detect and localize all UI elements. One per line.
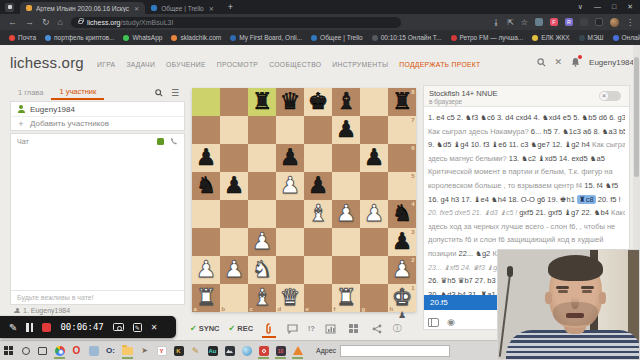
tab-search-icon[interactable]: ∨: [578, 3, 583, 11]
white-bishop-e4[interactable]: ♝: [304, 200, 332, 228]
move-text[interactable]: 20. f5 !: [596, 195, 621, 204]
bookmark-label: WhatsApp: [132, 34, 162, 41]
browser-tab-bar: Артем Ильин 2020.06.16 Искус ✕ Общее | T…: [0, 0, 640, 14]
square-h2[interactable]: ♟2: [388, 256, 416, 284]
bookmark-item[interactable]: ЕЛК ЖКХ: [532, 34, 569, 41]
extension-icon[interactable]: [535, 18, 543, 26]
file-label: f: [334, 306, 336, 312]
square-c1[interactable]: ♝c: [248, 284, 276, 312]
multiboard-icon[interactable]: [347, 322, 361, 336]
sync-toggle[interactable]: ✔SYNC: [190, 324, 220, 333]
taskbar-photos-icon[interactable]: [221, 342, 238, 360]
bookmark-label: Ретро FM — лучша...: [460, 34, 524, 41]
plus-icon: +: [17, 120, 25, 128]
bookmarks-bar: Почтапортфель криптов...WhatsAppskladchi…: [0, 30, 640, 45]
square-c6[interactable]: [248, 144, 276, 172]
back-icon[interactable]: ←: [8, 17, 17, 27]
tab-close-icon[interactable]: ✕: [134, 5, 139, 12]
file-label: g: [362, 306, 366, 312]
browser-tab-trello[interactable]: Общее | Trello ✕: [145, 2, 220, 14]
username[interactable]: Eugeny1984: [589, 58, 634, 67]
move-comment[interactable]: королевском больше , то взрываем центр f…: [428, 181, 584, 190]
taskbar-address-input[interactable]: [340, 345, 450, 357]
square-d8[interactable]: ♛: [276, 88, 304, 116]
bookmark-label: My First Board, Onli...: [239, 34, 302, 41]
square-d3[interactable]: [276, 228, 304, 256]
square-b6[interactable]: [220, 144, 248, 172]
bookmark-favicon: [532, 35, 538, 41]
taskbar-vlc-icon[interactable]: [289, 342, 306, 360]
nav-item-обучение[interactable]: ОБУЧЕНИЕ: [166, 61, 206, 68]
square-f4[interactable]: ♟: [332, 200, 360, 228]
main-nav: ИГРАЗАДАЧИОБУЧЕНИЕПРОСМОТРСООБЩЕСТВОИНСТ…: [97, 61, 481, 68]
rank-label: 1: [411, 285, 414, 291]
edit-icon[interactable]: ✎: [133, 323, 142, 332]
study-search-icon[interactable]: [155, 89, 163, 97]
chat-room-toggle[interactable]: [157, 138, 164, 145]
recorder-close-icon[interactable]: ✕: [151, 323, 158, 332]
screen: Артем Ильин 2020.06.16 Искус ✕ Общее | T…: [0, 0, 640, 360]
pinned-comment-icon[interactable]: [262, 322, 276, 336]
square-f1[interactable]: ♜f: [332, 284, 360, 312]
rank-label: 8: [411, 89, 414, 95]
taskbar-movavi-icon[interactable]: 10: [272, 342, 289, 360]
browser-address-bar: ← → ↻ ⌂ lichess.org/study/XmBsuL3I ⭳ ⇱ ☆…: [0, 14, 640, 30]
person-eyebrow: [581, 286, 594, 289]
move-comment[interactable]: Критической момент в партии и белым, Т.к…: [428, 167, 613, 176]
square-g3[interactable]: [360, 228, 388, 256]
square-f3[interactable]: [332, 228, 360, 256]
forward-icon[interactable]: →: [25, 17, 34, 27]
move-line[interactable]: Как сыграл здесь Накамура? 6... h5 7. ♞1…: [428, 125, 625, 139]
black-pawn-b5[interactable]: ♟: [220, 172, 248, 200]
underboard-toolbar: ✔SYNC ✔REC !? ⓘ: [190, 320, 416, 337]
maximize-button[interactable]: □: [612, 3, 616, 11]
file-label: h: [390, 306, 394, 312]
header-right: ✕ Eugeny1984: [537, 57, 634, 67]
move-line[interactable]: Критической момент в партии и белым, Т.к…: [428, 165, 625, 179]
square-c7[interactable]: [248, 116, 276, 144]
tab-chapters[interactable]: 1 глава: [10, 85, 51, 100]
engine-mode: в браузере: [429, 98, 462, 105]
move-text[interactable]: 1. e4 c5 2. ♞f3 ♞c6 3. d4 cxd4 4. ♞xd4 e…: [428, 113, 625, 122]
square-e1[interactable]: e: [304, 284, 332, 312]
square-g2[interactable]: [360, 256, 388, 284]
move-text[interactable]: gxf5 21. gxf5 ♝g7 22. ♞b4: [519, 208, 611, 217]
move-text[interactable]: 6... h5 7. ♞1c3 a6 8. ♞a3 b5: [531, 127, 625, 136]
square-b2[interactable]: ♟: [220, 256, 248, 284]
rank-label: 3: [411, 229, 414, 235]
file-label: e: [306, 306, 309, 312]
spectator-icon: [14, 308, 20, 314]
rank-label: 5: [411, 173, 414, 179]
start-button[interactable]: [0, 342, 17, 360]
camera-icon[interactable]: [113, 323, 124, 331]
bookmark-item[interactable]: skladchik.com: [171, 34, 221, 41]
person-torso: [506, 330, 640, 360]
white-pawn-f4[interactable]: ♟: [332, 200, 360, 228]
file-label: c: [250, 306, 253, 312]
person-hair: [548, 255, 603, 281]
rank-label: 6: [411, 145, 414, 151]
square-f5[interactable]: [332, 172, 360, 200]
square-a5[interactable]: ♞: [192, 172, 220, 200]
white-pawn-a2[interactable]: ♟: [192, 256, 220, 284]
square-c8[interactable]: ♜: [248, 88, 276, 116]
move-line[interactable]: королевском больше , то взрываем центр f…: [428, 179, 625, 193]
square-a2[interactable]: ♟: [192, 256, 220, 284]
close-button[interactable]: ✕: [627, 3, 633, 11]
black-pawn-e5[interactable]: ♟: [304, 172, 332, 200]
square-a3[interactable]: [192, 228, 220, 256]
move-line[interactable]: здесь ход за черных лучше всего - слон f…: [428, 220, 625, 234]
bookmark-favicon: [45, 35, 51, 41]
person-ear: [545, 292, 552, 304]
taskbar-bandicam-icon[interactable]: [255, 342, 272, 360]
move-text[interactable]: 26. ♛h5 ♛b7 27. b3: [428, 276, 496, 285]
search-icon[interactable]: [537, 58, 546, 67]
square-b1[interactable]: b: [220, 284, 248, 312]
move-comment[interactable]: Как сыграл здесь Накамура?: [428, 127, 531, 136]
person-mouth: [566, 313, 584, 318]
bookmark-label: Онлайн Марафон...: [622, 34, 640, 41]
taskbar-opera-icon[interactable]: O: [68, 342, 85, 360]
move-line[interactable]: 20. fxe5 dxe5 21. ♝d3 ♝c5 ! gxf5 21. gxf…: [428, 206, 625, 220]
square-h6[interactable]: 6: [388, 144, 416, 172]
black-pawn-f7[interactable]: ♟: [332, 116, 360, 144]
webcam-overlay: [497, 249, 640, 360]
glyph-annotation-button[interactable]: !?: [308, 325, 315, 332]
person-eye: [558, 290, 568, 293]
black-queen-d8[interactable]: ♛: [276, 88, 304, 116]
square-g5[interactable]: [360, 172, 388, 200]
task-view-icon[interactable]: [34, 342, 51, 360]
bookmark-favicon: [451, 35, 457, 41]
move-comment[interactable]: здесь магнус белыми?: [428, 154, 509, 163]
microphone: [507, 266, 513, 277]
chess-board[interactable]: ♜♛♚♝♜8♟7♟♟♟6♞♟♟♟5♝♟♟♞4♟♟3♟♟♞♟2♜ab♝c♛de♜f…: [192, 88, 416, 312]
opening-book-icon[interactable]: [428, 318, 439, 327]
taskbar-notes-icon[interactable]: [85, 342, 102, 360]
bookmark-item[interactable]: Почта: [9, 34, 36, 41]
move-line[interactable]: допустить f6 и слон f6 защищающий ход в …: [428, 233, 625, 247]
engine-header: Stockfish 14+ NNUE в браузере ✕: [424, 86, 629, 107]
file-label: b: [222, 306, 226, 312]
person-eyebrow: [556, 286, 569, 289]
tab-members[interactable]: 1 участник: [51, 85, 104, 100]
square-e3[interactable]: [304, 228, 332, 256]
nav-item-просмотр[interactable]: ПРОСМОТР: [217, 61, 258, 68]
bookmark-item[interactable]: Ретро FM — лучша...: [451, 34, 524, 41]
white-pawn-b2[interactable]: ♟: [220, 256, 248, 284]
black-king-e8[interactable]: ♚: [304, 88, 332, 116]
square-c4[interactable]: [248, 200, 276, 228]
bookmark-item[interactable]: WhatsApp: [123, 34, 162, 41]
taskbar-pin-icon[interactable]: ➤: [136, 342, 153, 360]
square-g6[interactable]: ♟: [360, 144, 388, 172]
square-a4[interactable]: [192, 200, 220, 228]
pawn-icon: ♟: [398, 310, 406, 320]
square-d6[interactable]: ♟: [276, 144, 304, 172]
move-text[interactable]: 22... ♞g2: [459, 249, 493, 258]
bookmark-label: ЕЛК ЖКХ: [541, 34, 569, 41]
white-pawn-d5[interactable]: ♟: [276, 172, 304, 200]
nav-item-donate[interactable]: ПОДДЕРЖАТЬ ПРОЕКТ: [399, 61, 480, 68]
recording-time: 00:06:47: [60, 322, 103, 332]
square-c3[interactable]: ♟: [248, 228, 276, 256]
lock-icon: [78, 20, 83, 24]
black-pawn-a6[interactable]: ♟: [192, 144, 220, 172]
bookmark-item[interactable]: Онлайн Марафон...: [613, 34, 640, 41]
current-move[interactable]: ♜c8: [577, 195, 596, 204]
square-a7[interactable]: [192, 116, 220, 144]
extension-icon[interactable]: [595, 18, 603, 26]
download-icon[interactable]: ⭳: [492, 18, 500, 27]
square-e7[interactable]: [304, 116, 332, 144]
scrollbar-thumb[interactable]: [634, 57, 639, 177]
tablebase-icon[interactable]: ◉: [447, 318, 455, 327]
chat-header: Чат: [11, 134, 184, 148]
square-d2[interactable]: [276, 256, 304, 284]
square-b3[interactable]: [220, 228, 248, 256]
square-f6[interactable]: [332, 144, 360, 172]
square-e2[interactable]: [304, 256, 332, 284]
square-e5[interactable]: ♟: [304, 172, 332, 200]
rank-label: 4: [411, 201, 414, 207]
square-b5[interactable]: ♟: [220, 172, 248, 200]
challenges-icon[interactable]: ✕: [555, 57, 563, 67]
engine-name: Stockfish 14+ NNUE: [429, 89, 498, 98]
square-h4[interactable]: ♞4: [388, 200, 416, 228]
home-icon[interactable]: ⌂: [58, 17, 63, 27]
member-online-icon: [17, 105, 25, 113]
tab-close-icon[interactable]: ✕: [209, 5, 214, 12]
bookmark-label: портфель криптов...: [54, 34, 114, 41]
bookmark-favicon: [230, 35, 236, 41]
bookmark-favicon: [123, 35, 129, 41]
taskbar-kinopoisk-icon[interactable]: K: [170, 342, 187, 360]
black-knight-a5[interactable]: ♞: [192, 172, 220, 200]
engine-toggle[interactable]: ✕: [599, 91, 621, 101]
square-d5[interactable]: ♟: [276, 172, 304, 200]
notification-badge: [578, 55, 582, 59]
browser-tab-lichess[interactable]: Артем Ильин 2020.06.16 Искус ✕: [20, 2, 145, 14]
square-h7[interactable]: 7: [388, 116, 416, 144]
draw-pen-icon[interactable]: ✎: [9, 322, 17, 333]
bookmark-favicon: [372, 35, 378, 41]
square-b7[interactable]: [220, 116, 248, 144]
square-a8[interactable]: [192, 88, 220, 116]
nav-item-задачи[interactable]: ЗАДАЧИ: [126, 61, 155, 68]
square-g1[interactable]: g: [360, 284, 388, 312]
square-a1[interactable]: ♜a: [192, 284, 220, 312]
square-e4[interactable]: ♝: [304, 200, 332, 228]
url-path: /study/XmBsuL3I: [120, 19, 173, 26]
analysis-chart-icon[interactable]: [324, 322, 338, 336]
bookmark-label: 00:10:15 Онлайн Т...: [381, 34, 442, 41]
move-line[interactable]: 1. e4 c5 2. ♞f3 ♞c6 3. d4 cxd4 4. ♞xd4 e…: [428, 111, 625, 125]
bookmark-item[interactable]: My First Board, Onli...: [230, 34, 302, 41]
nav-item-игра[interactable]: ИГРА: [97, 61, 115, 68]
square-e8[interactable]: ♚: [304, 88, 332, 116]
black-pawn-g6[interactable]: ♟: [360, 144, 388, 172]
black-bishop-f8[interactable]: ♝: [332, 88, 360, 116]
bookmark-item[interactable]: Общее | Trello: [311, 34, 363, 41]
spectator-name: 1. Eugeny1984: [23, 307, 70, 314]
member-name: Eugeny1984: [30, 105, 75, 114]
file-label: d: [278, 306, 282, 312]
move-comment[interactable]: Какой: [611, 208, 625, 217]
chat-messages[interactable]: [11, 148, 184, 290]
board-bottom-strip: ♟: [192, 312, 416, 320]
move-line[interactable]: здесь магнус белыми? 13. ♞c2 ♝xd5 14. ex…: [428, 152, 625, 166]
spectators-list: 1. Eugeny1984: [14, 307, 70, 314]
reload-icon[interactable]: ↻: [42, 17, 50, 27]
chrome-menu-icon[interactable]: ⋮: [626, 18, 634, 27]
move-line[interactable]: 9. ♞d5 ♝g4 10. f3 ♝e6 11. c3 ♞ge7 12. ♝g…: [428, 138, 625, 152]
move-text[interactable]: 15. f4 ♞f5: [584, 181, 618, 190]
bookmark-favicon: [613, 35, 619, 41]
minimize-button[interactable]: —: [594, 3, 601, 11]
taskbar-yandex-icon[interactable]: Y: [153, 342, 170, 360]
new-tab-button[interactable]: +: [228, 2, 233, 12]
profile-avatar[interactable]: [610, 18, 619, 27]
taskbar-obs-icon[interactable]: O:: [102, 342, 119, 360]
taskbar-audition-icon[interactable]: Au: [204, 342, 221, 360]
add-members-label: Добавить участников: [30, 119, 109, 128]
taskbar-explorer-icon[interactable]: [119, 342, 136, 360]
window-controls: ∨ — □ ✕: [578, 3, 640, 11]
bookmark-favicon: [579, 35, 585, 41]
bookmark-star-icon[interactable]: ☆: [521, 18, 528, 27]
square-d4[interactable]: [276, 200, 304, 228]
study-side-tabs: 1 глава 1 участник ☰: [10, 85, 185, 100]
tab-title: Артем Ильин 2020.06.16 Искус: [36, 5, 129, 12]
rec-toggle[interactable]: ✔REC: [229, 324, 254, 333]
notifications-bell-icon[interactable]: [571, 57, 580, 67]
bookmark-favicon: [171, 35, 177, 41]
move-comment[interactable]: позиции: [428, 249, 459, 258]
info-icon[interactable]: ⓘ: [393, 322, 402, 335]
square-h5[interactable]: 5: [388, 172, 416, 200]
nav-item-сообщество[interactable]: СООБЩЕСТВО: [269, 61, 321, 68]
pause-button[interactable]: [26, 323, 33, 332]
move-comment[interactable]: допустить f6 и слон f6 защищающий ход в …: [428, 235, 603, 244]
square-d1[interactable]: ♛d: [276, 284, 304, 312]
person-eye: [582, 290, 592, 293]
taskbar-chrome-icon[interactable]: [51, 342, 68, 360]
url-host: lichess.org: [87, 19, 120, 26]
square-b4[interactable]: [220, 200, 248, 228]
move-comment[interactable]: здесь ход за черных лучше всего - слон f…: [428, 222, 615, 231]
square-g7[interactable]: [360, 116, 388, 144]
bookmark-label: skladchik.com: [180, 34, 221, 41]
square-g4[interactable]: ♟: [360, 200, 388, 228]
stop-button[interactable]: [42, 323, 51, 332]
move-text[interactable]: 16. g4 h3 17. ♝e4 ♞h4 18. O-O g6 19. ♚h1: [428, 195, 577, 204]
square-h8[interactable]: ♜8: [388, 88, 416, 116]
nav-item-инструменты[interactable]: ИНСТРУМЕНТЫ: [332, 61, 388, 68]
phone-icon[interactable]: [170, 137, 178, 145]
move-variation[interactable]: 20. fxe5 dxe5 21. ♝d3 ♝c5 !: [428, 209, 519, 216]
lichess-header: lichess.org ИГРАЗАДАЧИОБУЧЕНИЕПРОСМОТРСО…: [0, 45, 640, 81]
extension-icon[interactable]: [580, 18, 588, 26]
move-text[interactable]: 13. ♞c2 ♝xd5 14. exd5 ♞a5: [509, 154, 605, 163]
square-c2[interactable]: ♞: [248, 256, 276, 284]
tab-title: Общее | Trello: [161, 5, 204, 12]
square-c5[interactable]: [248, 172, 276, 200]
bookmark-item[interactable]: портфель криптов...: [45, 34, 114, 41]
square-d7[interactable]: [276, 116, 304, 144]
white-knight-c2[interactable]: ♞: [248, 256, 276, 284]
taskbar-vegas-icon[interactable]: [238, 342, 255, 360]
square-f2[interactable]: [332, 256, 360, 284]
tab-favicon: [151, 5, 157, 11]
bookmark-favicon: [311, 35, 317, 41]
move-text[interactable]: 9. ♞d5 ♝g4 10. f3 ♝e6 11. c3 ♞ge7 12. ♝g…: [428, 140, 592, 149]
add-members-button[interactable]: + Добавить участников: [11, 116, 184, 130]
bookmark-label: Общее | Trello: [320, 34, 363, 41]
member-row[interactable]: Eugeny1984: [11, 102, 184, 116]
chat-panel: Чат Будьте вежливы в чате!: [10, 133, 185, 305]
white-pawn-c3[interactable]: ♟: [248, 228, 276, 256]
black-rook-c8[interactable]: ♜: [248, 88, 276, 116]
rank-label: 2: [411, 257, 414, 263]
tab-favicon: [26, 5, 32, 11]
person-ear: [599, 292, 606, 304]
square-h3[interactable]: ♟3: [388, 228, 416, 256]
chat-placeholder: Будьте вежливы в чате!: [17, 294, 94, 301]
study-menu-icon[interactable]: ☰: [171, 88, 179, 98]
white-rook-f1[interactable]: ♜: [332, 284, 360, 312]
extension-icon[interactable]: R: [565, 18, 573, 26]
move-line[interactable]: 16. g4 h3 17. ♝e4 ♞h4 18. O-O g6 19. ♚h1…: [428, 193, 625, 207]
bookmark-item[interactable]: МЭШ: [579, 34, 604, 41]
extension-icon[interactable]: F: [550, 18, 558, 26]
square-b8[interactable]: [220, 88, 248, 116]
recorder-toolbar: ✎ 00:06:47 ✎ ✕: [0, 316, 176, 338]
white-pawn-g4[interactable]: ♟: [360, 200, 388, 228]
taskbar-address-label: Адрес: [316, 347, 336, 354]
taskbar-brush-icon[interactable]: ✎: [187, 342, 204, 360]
lichess-logo[interactable]: lichess.org: [10, 54, 84, 71]
bookmark-label: Почта: [18, 34, 36, 41]
comment-bubble-icon[interactable]: [285, 322, 299, 336]
chat-title: Чат: [17, 138, 29, 145]
share-icon[interactable]: [370, 322, 384, 336]
bookmark-item[interactable]: 00:10:15 Онлайн Т...: [372, 34, 442, 41]
move-comment[interactable]: Как сыграл: [592, 140, 625, 149]
black-pawn-d6[interactable]: ♟: [276, 144, 304, 172]
square-f8[interactable]: ♝: [332, 88, 360, 116]
chat-input[interactable]: Будьте вежливы в чате!: [11, 290, 184, 304]
square-f7[interactable]: ♟: [332, 116, 360, 144]
share-icon[interactable]: ⇱: [507, 18, 514, 27]
bookmark-favicon: [9, 35, 15, 41]
square-e6[interactable]: [304, 144, 332, 172]
file-label: a: [194, 306, 197, 312]
url-field[interactable]: lichess.org/study/XmBsuL3I: [71, 17, 401, 28]
panel-buttons: ◉: [428, 318, 455, 327]
address-bar-actions: ⭳ ⇱ ☆ F R ⋮: [492, 18, 640, 27]
cortana-search-icon[interactable]: [17, 342, 34, 360]
square-a6[interactable]: ♟: [192, 144, 220, 172]
rank-label: 7: [411, 117, 414, 123]
browser-app-icon[interactable]: [5, 3, 14, 12]
bookmark-label: МЭШ: [588, 34, 604, 41]
square-h1[interactable]: ♚1h: [388, 284, 416, 312]
square-g8[interactable]: [360, 88, 388, 116]
